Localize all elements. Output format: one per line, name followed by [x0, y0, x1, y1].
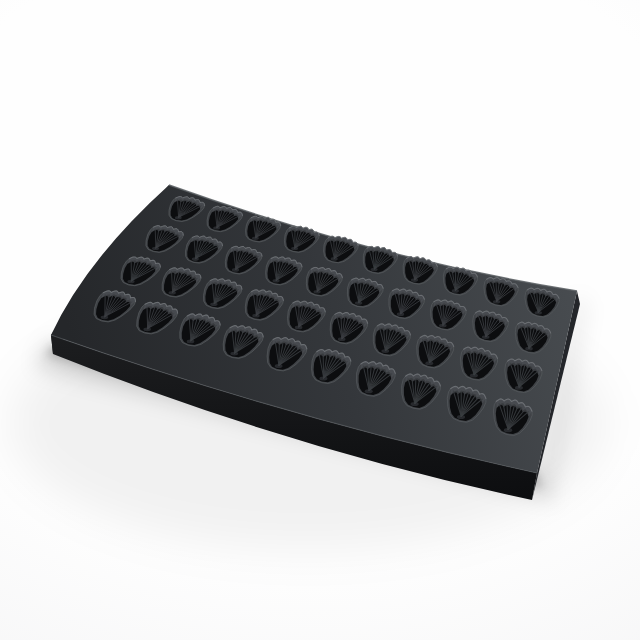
madeleine-tray-photo	[0, 0, 640, 640]
cavity-ridge	[323, 354, 324, 378]
product-photo-stage	[0, 0, 640, 640]
cavity-ridge	[485, 315, 486, 337]
cavity-ridge	[147, 306, 148, 328]
